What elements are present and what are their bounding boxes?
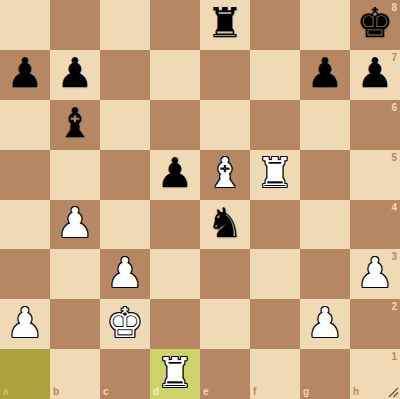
square-d4[interactable]: [150, 200, 200, 250]
square-a6[interactable]: [0, 100, 50, 150]
square-d2[interactable]: [150, 299, 200, 349]
square-c5[interactable]: [100, 150, 150, 200]
square-h6[interactable]: 6: [350, 100, 400, 150]
square-c3[interactable]: ♟: [100, 249, 150, 299]
square-g6[interactable]: [300, 100, 350, 150]
square-b7[interactable]: ♟: [50, 50, 100, 100]
square-f2[interactable]: [250, 299, 300, 349]
piece-black-pawn[interactable]: ♟: [357, 53, 394, 94]
square-f3[interactable]: [250, 249, 300, 299]
square-h7[interactable]: ♟7: [350, 50, 400, 100]
piece-white-pawn[interactable]: ♟: [307, 303, 344, 344]
square-g3[interactable]: [300, 249, 350, 299]
square-f5[interactable]: ♜: [250, 150, 300, 200]
square-b4[interactable]: ♟: [50, 200, 100, 250]
square-b8[interactable]: [50, 0, 100, 50]
square-b6[interactable]: ♝: [50, 100, 100, 150]
square-g5[interactable]: [300, 150, 350, 200]
coord-rank-4: 4: [391, 202, 397, 213]
piece-black-pawn[interactable]: ♟: [57, 53, 94, 94]
coord-rank-5: 5: [391, 152, 397, 163]
square-f8[interactable]: [250, 0, 300, 50]
square-c6[interactable]: [100, 100, 150, 150]
piece-black-pawn[interactable]: ♟: [157, 153, 194, 194]
square-a5[interactable]: [0, 150, 50, 200]
coord-rank-6: 6: [391, 102, 397, 113]
square-e4[interactable]: ♞: [200, 200, 250, 250]
square-e3[interactable]: [200, 249, 250, 299]
square-c7[interactable]: [100, 50, 150, 100]
square-d8[interactable]: [150, 0, 200, 50]
square-c4[interactable]: [100, 200, 150, 250]
square-e8[interactable]: ♜: [200, 0, 250, 50]
square-b1[interactable]: b: [50, 349, 100, 399]
square-f7[interactable]: [250, 50, 300, 100]
square-h3[interactable]: ♟3: [350, 249, 400, 299]
coord-rank-2: 2: [391, 301, 397, 312]
piece-white-king[interactable]: ♚: [107, 303, 144, 344]
square-a7[interactable]: ♟: [0, 50, 50, 100]
coord-file-b: b: [53, 386, 59, 397]
coord-file-h: h: [353, 386, 359, 397]
square-g8[interactable]: [300, 0, 350, 50]
piece-white-rook[interactable]: ♜: [257, 153, 294, 194]
square-c1[interactable]: c: [100, 349, 150, 399]
square-c2[interactable]: ♚: [100, 299, 150, 349]
square-a8[interactable]: [0, 0, 50, 50]
resize-handle-icon[interactable]: [387, 386, 399, 398]
piece-white-pawn[interactable]: ♟: [107, 253, 144, 294]
piece-white-pawn[interactable]: ♟: [7, 303, 44, 344]
square-e6[interactable]: [200, 100, 250, 150]
square-f6[interactable]: [250, 100, 300, 150]
square-g2[interactable]: ♟: [300, 299, 350, 349]
piece-black-king[interactable]: ♚: [357, 3, 394, 44]
square-d6[interactable]: [150, 100, 200, 150]
coord-file-c: c: [103, 386, 109, 397]
square-a2[interactable]: ♟: [0, 299, 50, 349]
square-g1[interactable]: g: [300, 349, 350, 399]
board-wrap: ♜♚8♟♟♟♟7♝6♟♝♜5♟♞4♟♟3♟♚♟2abc♜defgh1: [0, 0, 400, 399]
square-a1[interactable]: a: [0, 349, 50, 399]
square-b5[interactable]: [50, 150, 100, 200]
square-d5[interactable]: ♟: [150, 150, 200, 200]
piece-black-rook[interactable]: ♜: [207, 3, 244, 44]
square-h2[interactable]: 2: [350, 299, 400, 349]
square-h4[interactable]: 4: [350, 200, 400, 250]
square-a4[interactable]: [0, 200, 50, 250]
square-h5[interactable]: 5: [350, 150, 400, 200]
square-e5[interactable]: ♝: [200, 150, 250, 200]
piece-white-pawn[interactable]: ♟: [57, 203, 94, 244]
coord-file-e: e: [203, 386, 209, 397]
square-c8[interactable]: [100, 0, 150, 50]
square-f4[interactable]: [250, 200, 300, 250]
square-b2[interactable]: [50, 299, 100, 349]
square-e7[interactable]: [200, 50, 250, 100]
coord-file-a: a: [3, 386, 9, 397]
chess-board[interactable]: ♜♚8♟♟♟♟7♝6♟♝♜5♟♞4♟♟3♟♚♟2abc♜defgh1: [0, 0, 400, 399]
square-a3[interactable]: [0, 249, 50, 299]
piece-white-rook[interactable]: ♜: [157, 353, 194, 394]
square-g4[interactable]: [300, 200, 350, 250]
coord-rank-1: 1: [391, 351, 397, 362]
square-d3[interactable]: [150, 249, 200, 299]
coord-file-f: f: [253, 386, 256, 397]
square-e2[interactable]: [200, 299, 250, 349]
coord-file-g: g: [303, 386, 309, 397]
square-f1[interactable]: f: [250, 349, 300, 399]
square-g7[interactable]: ♟: [300, 50, 350, 100]
square-d7[interactable]: [150, 50, 200, 100]
square-b3[interactable]: [50, 249, 100, 299]
square-h8[interactable]: ♚8: [350, 0, 400, 50]
square-e1[interactable]: e: [200, 349, 250, 399]
square-d1[interactable]: ♜d: [150, 349, 200, 399]
piece-white-pawn[interactable]: ♟: [357, 253, 394, 294]
piece-white-bishop[interactable]: ♝: [207, 153, 244, 194]
piece-black-pawn[interactable]: ♟: [307, 53, 344, 94]
piece-black-bishop[interactable]: ♝: [57, 103, 94, 144]
piece-black-knight[interactable]: ♞: [207, 203, 244, 244]
piece-black-pawn[interactable]: ♟: [7, 53, 44, 94]
